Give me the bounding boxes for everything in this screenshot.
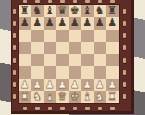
frame-tick <box>98 107 103 110</box>
piece-black-pawn-h7[interactable]: ♟ <box>107 17 117 29</box>
piece-white-bishop-f1[interactable]: ♝ <box>82 90 92 102</box>
square-d6[interactable] <box>56 30 69 42</box>
frame-tick <box>13 58 16 63</box>
piece-white-bishop-c1[interactable]: ♝ <box>45 90 55 102</box>
square-h4[interactable] <box>106 54 119 66</box>
square-h7[interactable]: ♟ <box>106 17 119 29</box>
square-f1[interactable]: ♝ <box>81 91 94 103</box>
square-g5[interactable] <box>94 42 107 54</box>
piece-black-pawn-d7[interactable]: ♟ <box>57 17 67 29</box>
frame-tick <box>123 9 126 14</box>
square-g1[interactable]: ♞ <box>94 91 107 103</box>
frame-tick <box>13 45 16 50</box>
square-e7[interactable]: ♟ <box>69 17 82 29</box>
frame-tick <box>23 107 28 110</box>
piece-white-knight-g1[interactable]: ♞ <box>95 90 105 102</box>
piece-black-pawn-g7[interactable]: ♟ <box>95 17 105 29</box>
square-d7[interactable]: ♟ <box>56 17 69 29</box>
square-h6[interactable] <box>106 30 119 42</box>
square-b1[interactable]: ♞ <box>31 91 44 103</box>
frame-tick <box>123 21 126 26</box>
square-d5[interactable] <box>56 42 69 54</box>
frame-tick <box>60 0 65 3</box>
frame-tick <box>13 94 16 99</box>
frame-tick <box>13 33 16 38</box>
square-b4[interactable] <box>31 54 44 66</box>
frame-tick <box>13 21 16 26</box>
square-d1[interactable]: ♛ <box>56 91 69 103</box>
square-f7[interactable]: ♟ <box>81 17 94 29</box>
frame-tick <box>13 70 16 75</box>
frame-tick <box>85 107 90 110</box>
frame-tick <box>73 107 78 110</box>
square-g4[interactable] <box>94 54 107 66</box>
square-c4[interactable] <box>44 54 57 66</box>
square-e1[interactable]: ♚ <box>69 91 82 103</box>
piece-black-pawn-c7[interactable]: ♟ <box>45 17 55 29</box>
frame-tick <box>123 94 126 99</box>
piece-white-queen-d1[interactable]: ♛ <box>57 90 67 102</box>
frame-tick <box>110 107 115 110</box>
game-screen: ♜♞♝♛♚♝♞♜♟♟♟♟♟♟♟♟♟♟♟♟♟♟♟♟♜♞♝♛♚♝♞♜ <box>0 0 145 115</box>
chess-board: ♜♞♝♛♚♝♞♜♟♟♟♟♟♟♟♟♟♟♟♟♟♟♟♟♜♞♝♛♚♝♞♜ <box>19 5 119 103</box>
square-h5[interactable] <box>106 42 119 54</box>
frame-tick <box>60 107 65 110</box>
square-f5[interactable] <box>81 42 94 54</box>
frame-tick <box>123 58 126 63</box>
square-c1[interactable]: ♝ <box>44 91 57 103</box>
square-f4[interactable] <box>81 54 94 66</box>
square-b5[interactable] <box>31 42 44 54</box>
frame-tick <box>110 0 115 3</box>
piece-white-rook-a1[interactable]: ♜ <box>20 90 30 102</box>
frame-tick <box>35 107 40 110</box>
square-c7[interactable]: ♟ <box>44 17 57 29</box>
chess-board-frame: ♜♞♝♛♚♝♞♜♟♟♟♟♟♟♟♟♟♟♟♟♟♟♟♟♜♞♝♛♚♝♞♜ <box>11 0 134 114</box>
frame-tick <box>35 0 40 3</box>
piece-white-rook-h1[interactable]: ♜ <box>107 90 117 102</box>
frame-tick <box>13 82 16 87</box>
piece-black-pawn-a7[interactable]: ♟ <box>20 17 30 29</box>
square-c5[interactable] <box>44 42 57 54</box>
square-b6[interactable] <box>31 30 44 42</box>
piece-black-pawn-f7[interactable]: ♟ <box>82 17 92 29</box>
frame-tick <box>123 33 126 38</box>
square-a1[interactable]: ♜ <box>19 91 32 103</box>
piece-black-pawn-b7[interactable]: ♟ <box>32 17 42 29</box>
square-a5[interactable] <box>19 42 32 54</box>
square-a4[interactable] <box>19 54 32 66</box>
square-h1[interactable]: ♜ <box>106 91 119 103</box>
piece-white-knight-b1[interactable]: ♞ <box>32 90 42 102</box>
frame-tick <box>85 0 90 3</box>
frame-tick <box>98 0 103 3</box>
square-a6[interactable] <box>19 30 32 42</box>
frame-tick <box>48 107 53 110</box>
frame-tick <box>123 70 126 75</box>
square-a7[interactable]: ♟ <box>19 17 32 29</box>
square-e4[interactable] <box>69 54 82 66</box>
square-g6[interactable] <box>94 30 107 42</box>
frame-tick <box>13 9 16 14</box>
piece-black-pawn-e7[interactable]: ♟ <box>70 17 80 29</box>
square-d4[interactable] <box>56 54 69 66</box>
frame-tick <box>123 45 126 50</box>
square-b7[interactable]: ♟ <box>31 17 44 29</box>
frame-tick <box>48 0 53 3</box>
frame-tick <box>73 0 78 3</box>
piece-white-king-e1[interactable]: ♚ <box>70 90 80 102</box>
frame-tick <box>23 0 28 3</box>
square-e5[interactable] <box>69 42 82 54</box>
square-g7[interactable]: ♟ <box>94 17 107 29</box>
square-e6[interactable] <box>69 30 82 42</box>
square-c6[interactable] <box>44 30 57 42</box>
square-f6[interactable] <box>81 30 94 42</box>
frame-tick <box>123 82 126 87</box>
